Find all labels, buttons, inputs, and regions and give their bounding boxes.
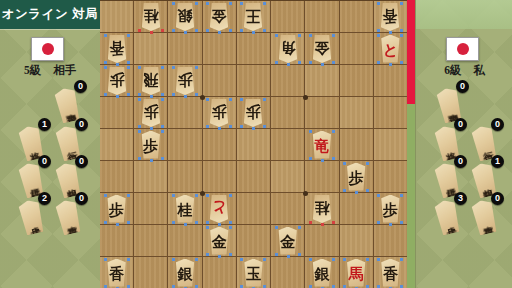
my-panel: 6級 私 飛車0金将0角行0桂馬0銀将1歩兵3香車0 xyxy=(415,0,512,288)
board-cell[interactable] xyxy=(271,161,305,193)
board-cell[interactable] xyxy=(134,161,168,193)
board-cell[interactable] xyxy=(305,97,339,129)
board-cell[interactable] xyxy=(305,161,339,193)
piece-marker-dot xyxy=(172,221,175,224)
board-cell[interactable]: 馬 xyxy=(340,257,374,288)
board-cell[interactable]: 歩 xyxy=(203,97,237,129)
piece-marker-dot xyxy=(287,63,290,66)
piece-glyph: 桂 xyxy=(314,200,329,215)
board-cell[interactable]: 銀 xyxy=(168,1,202,33)
board-cell[interactable]: 角 xyxy=(271,33,305,65)
piece-glyph: 歩 xyxy=(178,72,193,87)
flag-sun-circle xyxy=(457,43,469,55)
piece-marker-dot xyxy=(332,258,335,261)
piece-marker-dot xyxy=(161,157,164,160)
shogi-piece[interactable]: と xyxy=(205,194,233,224)
piece-body: 銀 xyxy=(172,3,198,31)
my-panel-top-band xyxy=(416,0,512,29)
piece-body: 歩 xyxy=(206,99,232,127)
piece-marker-dot xyxy=(206,226,209,229)
piece-marker-dot xyxy=(218,255,221,258)
piece-marker-dot xyxy=(309,157,312,160)
shogi-piece[interactable]: 金 xyxy=(205,226,233,256)
piece-glyph: 金 xyxy=(314,40,329,55)
shogi-piece[interactable]: 歩 xyxy=(239,98,267,128)
board-cell[interactable]: 香 xyxy=(100,257,134,288)
piece-glyph: 角 xyxy=(280,40,295,55)
hand-piece-glyph: 金将 xyxy=(27,143,37,145)
hand-piece-glyph: 歩兵 xyxy=(443,217,453,219)
board-cell[interactable]: 竜 xyxy=(305,129,339,161)
piece-marker-dot xyxy=(400,29,403,32)
piece-marker-dot xyxy=(400,61,403,64)
board-cell[interactable]: 歩 xyxy=(134,97,168,129)
hoshi-star-point xyxy=(303,95,308,100)
piece-marker-dot xyxy=(275,253,278,256)
piece-glyph: 金 xyxy=(212,235,227,250)
piece-marker-dot xyxy=(377,34,380,37)
piece-body: 桂 xyxy=(309,195,335,223)
shogi-piece[interactable]: 桂 xyxy=(137,2,165,32)
piece-marker-dot xyxy=(366,162,369,165)
shogi-piece[interactable]: 銀 xyxy=(308,258,336,288)
piece-marker-dot xyxy=(389,63,392,66)
board-cell[interactable] xyxy=(100,1,134,33)
piece-marker-dot xyxy=(161,130,164,133)
shogi-piece[interactable]: 馬 xyxy=(342,258,370,288)
board-cell[interactable] xyxy=(340,1,374,33)
piece-marker-dot xyxy=(240,125,243,128)
shogi-piece[interactable]: 香 xyxy=(103,34,131,64)
board-cell[interactable]: 歩 xyxy=(134,129,168,161)
piece-glyph: 歩 xyxy=(246,104,261,119)
piece-marker-dot xyxy=(229,253,232,256)
piece-marker-dot xyxy=(377,61,380,64)
shogi-piece[interactable]: 銀 xyxy=(171,2,199,32)
piece-marker-dot xyxy=(332,157,335,160)
shogi-piece[interactable]: 角 xyxy=(274,34,302,64)
piece-marker-dot xyxy=(172,29,175,32)
piece-marker-dot xyxy=(240,29,243,32)
hoshi-star-point xyxy=(303,191,308,196)
board-cell[interactable] xyxy=(203,257,237,288)
piece-body: 歩 xyxy=(377,195,403,223)
piece-marker-dot xyxy=(218,127,221,130)
piece-marker-dot xyxy=(400,258,403,261)
shogi-piece[interactable]: 歩 xyxy=(137,130,165,160)
piece-marker-dot xyxy=(104,93,107,96)
piece-marker-dot xyxy=(309,61,312,64)
board-cell[interactable] xyxy=(340,129,374,161)
shogi-piece[interactable]: 桂 xyxy=(171,194,199,224)
piece-marker-dot xyxy=(150,31,153,34)
board-cell[interactable] xyxy=(374,161,408,193)
piece-body: 馬 xyxy=(343,259,369,287)
piece-marker-dot xyxy=(377,221,380,224)
board-cell[interactable]: と xyxy=(374,33,408,65)
timer-bar xyxy=(407,0,415,288)
shogi-piece[interactable]: 竜 xyxy=(308,130,336,160)
board-cell[interactable]: 桂 xyxy=(134,1,168,33)
piece-glyph: 歩 xyxy=(143,139,158,154)
piece-marker-dot xyxy=(263,29,266,32)
board-cell[interactable] xyxy=(100,225,134,257)
piece-marker-dot xyxy=(321,223,324,226)
board-cell[interactable] xyxy=(271,1,305,33)
piece-marker-dot xyxy=(287,255,290,258)
shogi-piece[interactable]: 金 xyxy=(308,34,336,64)
piece-marker-dot xyxy=(138,29,141,32)
piece-body: 金 xyxy=(275,227,301,255)
piece-marker-dot xyxy=(184,31,187,34)
piece-marker-dot xyxy=(104,285,107,288)
hand-piece-glyph: 金将 xyxy=(443,143,453,145)
shogi-piece[interactable]: 歩 xyxy=(376,194,404,224)
board-cell[interactable] xyxy=(305,225,339,257)
board-cell[interactable] xyxy=(203,33,237,65)
piece-glyph: 歩 xyxy=(212,104,227,119)
shogi-piece[interactable]: 銀 xyxy=(171,258,199,288)
board-cell[interactable]: 歩 xyxy=(100,193,134,225)
piece-marker-dot xyxy=(195,2,198,5)
hand-count-badge: 1 xyxy=(38,118,51,131)
board-cell[interactable]: 香 xyxy=(100,33,134,65)
piece-marker-dot xyxy=(206,125,209,128)
board-cell[interactable] xyxy=(374,97,408,129)
piece-body: 歩 xyxy=(172,67,198,95)
board-cell[interactable] xyxy=(237,65,271,97)
board-cell[interactable] xyxy=(374,225,408,257)
piece-marker-dot xyxy=(172,285,175,288)
piece-body: 玉 xyxy=(240,259,266,287)
piece-marker-dot xyxy=(161,93,164,96)
shogi-piece[interactable]: 桂 xyxy=(308,194,336,224)
board-cell[interactable] xyxy=(100,161,134,193)
piece-marker-dot xyxy=(309,258,312,261)
hand-piece-glyph: 桂馬 xyxy=(443,180,453,182)
piece-marker-dot xyxy=(104,194,107,197)
piece-marker-dot xyxy=(321,159,324,162)
shogi-piece[interactable]: 飛 xyxy=(137,66,165,96)
board-cell[interactable] xyxy=(168,129,202,161)
piece-marker-dot xyxy=(309,285,312,288)
piece-marker-dot xyxy=(127,66,130,69)
japan-flag-icon xyxy=(446,37,479,61)
hand-count-badge: 0 xyxy=(75,192,88,205)
hand-piece-glyph: 銀将 xyxy=(480,180,490,182)
piece-marker-dot xyxy=(138,125,141,128)
hand-count-badge: 1 xyxy=(491,155,504,168)
shogi-piece[interactable]: と xyxy=(376,34,404,64)
hand-piece-glyph: 飛車 xyxy=(63,105,73,107)
board-cell[interactable]: 飛 xyxy=(134,65,168,97)
board-cell[interactable] xyxy=(134,193,168,225)
piece-marker-dot xyxy=(240,258,243,261)
piece-marker-dot xyxy=(195,93,198,96)
board-cell[interactable]: と xyxy=(203,193,237,225)
board-cell[interactable]: 玉 xyxy=(237,257,271,288)
piece-glyph: 香 xyxy=(383,8,398,23)
board-cell[interactable] xyxy=(271,65,305,97)
piece-marker-dot xyxy=(275,61,278,64)
piece-body: 竜 xyxy=(309,131,335,159)
shogi-app-screen: オンライン 対局 5級 相手 飛車0金将1角行0桂馬0銀将0歩兵2香車0 桂銀金… xyxy=(0,0,512,288)
piece-marker-dot xyxy=(195,29,198,32)
piece-marker-dot xyxy=(150,159,153,162)
piece-marker-dot xyxy=(252,127,255,130)
board-cell[interactable] xyxy=(271,257,305,288)
board-cell[interactable] xyxy=(374,65,408,97)
shogi-piece[interactable]: 歩 xyxy=(205,98,233,128)
piece-marker-dot xyxy=(229,194,232,197)
piece-glyph: と xyxy=(383,43,398,58)
piece-marker-dot xyxy=(366,189,369,192)
piece-glyph: 歩 xyxy=(349,171,364,186)
shogi-piece[interactable]: 歩 xyxy=(137,98,165,128)
board-cell[interactable]: 香 xyxy=(374,257,408,288)
piece-marker-dot xyxy=(229,125,232,128)
piece-body: 香 xyxy=(377,259,403,287)
shogi-piece[interactable]: 玉 xyxy=(239,258,267,288)
piece-marker-dot xyxy=(229,226,232,229)
piece-marker-dot xyxy=(332,285,335,288)
piece-body: 金 xyxy=(309,35,335,63)
piece-glyph: 桂 xyxy=(143,8,158,23)
piece-marker-dot xyxy=(161,29,164,32)
hand-count-badge: 3 xyxy=(454,192,467,205)
board-cell[interactable] xyxy=(340,225,374,257)
piece-glyph: 歩 xyxy=(109,203,124,218)
piece-marker-dot xyxy=(138,66,141,69)
piece-marker-dot xyxy=(263,285,266,288)
board-cell[interactable] xyxy=(340,97,374,129)
board-cell[interactable]: 歩 xyxy=(237,97,271,129)
board-cell[interactable] xyxy=(203,161,237,193)
board-cell[interactable] xyxy=(271,129,305,161)
board-cell[interactable] xyxy=(305,1,339,33)
piece-marker-dot xyxy=(172,93,175,96)
shogi-piece[interactable]: 歩 xyxy=(103,194,131,224)
piece-marker-dot xyxy=(104,221,107,224)
piece-marker-dot xyxy=(161,98,164,101)
board-cell[interactable]: 歩 xyxy=(340,161,374,193)
board-cell[interactable] xyxy=(271,97,305,129)
piece-body: 銀 xyxy=(309,259,335,287)
board-cell[interactable] xyxy=(134,33,168,65)
board-cell[interactable]: 金 xyxy=(271,225,305,257)
hand-piece[interactable]: 香車0 xyxy=(469,196,503,236)
piece-marker-dot xyxy=(206,98,209,101)
piece-body: 歩 xyxy=(104,67,130,95)
board-cell[interactable]: 銀 xyxy=(305,257,339,288)
opponent-panel: オンライン 対局 5級 相手 飛車0金将1角行0桂馬0銀将0歩兵2香車0 xyxy=(0,0,102,288)
hand-piece[interactable]: 香車0 xyxy=(53,196,87,236)
piece-marker-dot xyxy=(138,98,141,101)
board-cell[interactable] xyxy=(271,193,305,225)
piece-glyph: 玉 xyxy=(246,267,261,282)
piece-marker-dot xyxy=(332,34,335,37)
hand-count-badge: 0 xyxy=(491,192,504,205)
piece-marker-dot xyxy=(400,221,403,224)
piece-marker-dot xyxy=(127,61,130,64)
board-cell[interactable] xyxy=(168,33,202,65)
piece-body: 香 xyxy=(104,259,130,287)
board-cell[interactable] xyxy=(134,225,168,257)
board-cell[interactable]: 歩 xyxy=(100,65,134,97)
piece-marker-dot xyxy=(343,285,346,288)
shogi-piece[interactable]: 歩 xyxy=(342,162,370,192)
timer-remaining-red xyxy=(407,0,415,104)
piece-marker-dot xyxy=(298,253,301,256)
piece-glyph: 香 xyxy=(109,267,124,282)
piece-marker-dot xyxy=(229,2,232,5)
hand-count-badge: 0 xyxy=(74,80,87,93)
board-cell[interactable] xyxy=(340,65,374,97)
board-cell[interactable] xyxy=(237,193,271,225)
shogi-piece[interactable]: 金 xyxy=(205,2,233,32)
my-label: 6級 私 xyxy=(416,62,512,78)
piece-body: 香 xyxy=(104,35,130,63)
board-cell[interactable] xyxy=(340,33,374,65)
opponent-name: 相手 xyxy=(53,63,76,78)
piece-body: 王 xyxy=(240,3,266,31)
board-cell[interactable]: 桂 xyxy=(305,193,339,225)
hoshi-star-point xyxy=(200,191,205,196)
piece-marker-dot xyxy=(172,258,175,261)
piece-marker-dot xyxy=(321,63,324,66)
board-cell[interactable] xyxy=(374,129,408,161)
board-cell[interactable]: 歩 xyxy=(168,65,202,97)
shogi-piece[interactable]: 金 xyxy=(274,226,302,256)
online-match-title: オンライン 対局 xyxy=(2,6,98,23)
piece-marker-dot xyxy=(127,194,130,197)
board-cell[interactable]: 歩 xyxy=(374,193,408,225)
board-cell[interactable] xyxy=(168,161,202,193)
board-cell[interactable]: 香 xyxy=(374,1,408,33)
piece-body: と xyxy=(206,195,232,223)
piece-glyph: と xyxy=(212,200,227,215)
piece-marker-dot xyxy=(172,2,175,5)
board-cell[interactable] xyxy=(168,225,202,257)
board-cell[interactable] xyxy=(237,129,271,161)
piece-marker-dot xyxy=(343,162,346,165)
piece-marker-dot xyxy=(400,34,403,37)
board-cell[interactable] xyxy=(203,129,237,161)
piece-marker-dot xyxy=(229,221,232,224)
board-cell[interactable]: 桂 xyxy=(168,193,202,225)
piece-marker-dot xyxy=(332,61,335,64)
piece-body: 歩 xyxy=(343,163,369,191)
piece-marker-dot xyxy=(377,29,380,32)
board-cell[interactable] xyxy=(305,65,339,97)
piece-glyph: 金 xyxy=(212,8,227,23)
piece-marker-dot xyxy=(263,125,266,128)
board-cell[interactable] xyxy=(237,33,271,65)
piece-marker-dot xyxy=(332,221,335,224)
hand-piece-glyph: 銀将 xyxy=(64,180,74,182)
piece-marker-dot xyxy=(309,221,312,224)
piece-marker-dot xyxy=(240,98,243,101)
piece-marker-dot xyxy=(206,194,209,197)
shogi-piece[interactable]: 王 xyxy=(239,2,267,32)
board-cell[interactable] xyxy=(100,97,134,129)
piece-glyph: 歩 xyxy=(143,104,158,119)
board-cell[interactable]: 銀 xyxy=(168,257,202,288)
piece-body: 金 xyxy=(206,227,232,255)
board-cell[interactable] xyxy=(237,161,271,193)
board-cell[interactable] xyxy=(168,97,202,129)
board-cell[interactable]: 金 xyxy=(305,33,339,65)
piece-marker-dot xyxy=(343,258,346,261)
piece-marker-dot xyxy=(206,253,209,256)
piece-glyph: 馬 xyxy=(349,267,364,282)
opponent-rank: 5級 xyxy=(24,63,41,78)
piece-marker-dot xyxy=(229,29,232,32)
hand-count-badge: 0 xyxy=(75,118,88,131)
hand-piece[interactable]: 歩兵3 xyxy=(432,196,466,236)
piece-marker-dot xyxy=(127,221,130,224)
board-cell[interactable]: 金 xyxy=(203,1,237,33)
shogi-piece[interactable]: 歩 xyxy=(103,66,131,96)
board-cell[interactable] xyxy=(203,65,237,97)
piece-marker-dot xyxy=(377,285,380,288)
hand-count-badge: 0 xyxy=(454,118,467,131)
piece-marker-dot xyxy=(309,34,312,37)
board-cell[interactable] xyxy=(100,129,134,161)
piece-marker-dot xyxy=(400,285,403,288)
piece-marker-dot xyxy=(172,66,175,69)
piece-marker-dot xyxy=(377,2,380,5)
piece-glyph: 香 xyxy=(109,40,124,55)
hand-count-badge: 0 xyxy=(491,118,504,131)
piece-marker-dot xyxy=(263,98,266,101)
board-cell[interactable] xyxy=(237,225,271,257)
piece-body: と xyxy=(377,35,403,63)
shogi-piece[interactable]: 歩 xyxy=(171,66,199,96)
hand-piece-glyph: 飛車 xyxy=(445,105,455,107)
board-cell[interactable]: 金 xyxy=(203,225,237,257)
shogi-piece[interactable]: 香 xyxy=(376,2,404,32)
hand-piece-glyph: 角行 xyxy=(64,143,74,145)
shogi-board: 桂銀金王香香角金と歩飛歩歩歩歩歩竜歩歩桂と桂歩金金香銀玉銀馬香 xyxy=(100,0,408,288)
piece-body: 角 xyxy=(275,35,301,63)
board-cell[interactable]: 王 xyxy=(237,1,271,33)
piece-body: 銀 xyxy=(172,259,198,287)
hand-count-badge: 0 xyxy=(456,80,469,93)
piece-glyph: 王 xyxy=(246,8,261,23)
piece-glyph: 銀 xyxy=(178,267,193,282)
my-rank: 6級 xyxy=(444,63,461,78)
hand-piece-glyph: 香車 xyxy=(64,217,74,219)
piece-marker-dot xyxy=(366,285,369,288)
piece-marker-dot xyxy=(252,31,255,34)
piece-marker-dot xyxy=(127,285,130,288)
piece-marker-dot xyxy=(298,226,301,229)
shogi-piece[interactable]: 香 xyxy=(376,258,404,288)
shogi-piece[interactable]: 香 xyxy=(103,258,131,288)
board-cell[interactable] xyxy=(134,257,168,288)
hand-piece[interactable]: 歩兵2 xyxy=(16,196,50,236)
piece-glyph: 銀 xyxy=(314,267,329,282)
piece-marker-dot xyxy=(298,61,301,64)
hand-piece-glyph: 香車 xyxy=(480,217,490,219)
piece-marker-dot xyxy=(127,258,130,261)
hand-count-badge: 0 xyxy=(75,155,88,168)
piece-marker-dot xyxy=(104,34,107,37)
board-cell[interactable] xyxy=(340,193,374,225)
piece-marker-dot xyxy=(229,98,232,101)
piece-marker-dot xyxy=(206,29,209,32)
